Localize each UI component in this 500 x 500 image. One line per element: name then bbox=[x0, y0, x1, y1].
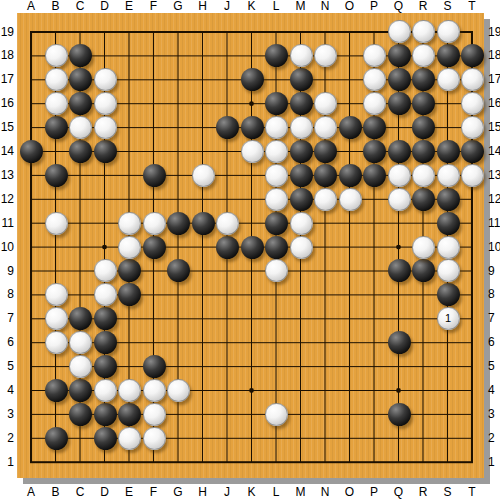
stone-black-D3[interactable] bbox=[94, 403, 117, 426]
col-label-top-F: F bbox=[146, 0, 162, 13]
stone-white-D17[interactable] bbox=[94, 68, 117, 91]
col-label-bottom-A: A bbox=[23, 486, 39, 499]
col-label-bottom-H: H bbox=[195, 486, 211, 499]
col-label-bottom-B: B bbox=[48, 486, 64, 499]
stone-white-G4[interactable] bbox=[167, 379, 190, 402]
col-label-top-N: N bbox=[317, 0, 333, 13]
stone-white-T16[interactable] bbox=[461, 92, 484, 115]
row-label-right-6: 6 bbox=[488, 336, 500, 349]
stone-white-S19[interactable] bbox=[437, 20, 460, 43]
stone-white-L12[interactable] bbox=[265, 188, 288, 211]
stone-white-F3[interactable] bbox=[143, 403, 166, 426]
col-label-top-L: L bbox=[268, 0, 284, 13]
stone-black-T18[interactable] bbox=[461, 44, 484, 67]
stone-white-C15[interactable] bbox=[69, 116, 92, 139]
row-label-right-12: 12 bbox=[488, 193, 500, 206]
go-board[interactable]: 1 bbox=[17, 13, 484, 478]
stone-black-B4[interactable] bbox=[45, 379, 68, 402]
stone-white-M11[interactable] bbox=[290, 212, 313, 235]
stone-white-E4[interactable] bbox=[118, 379, 141, 402]
stone-black-E9[interactable] bbox=[118, 259, 141, 282]
col-label-top-A: A bbox=[23, 0, 39, 13]
stone-white-E2[interactable] bbox=[118, 427, 141, 450]
stone-black-F10[interactable] bbox=[143, 236, 166, 259]
stone-black-D5[interactable] bbox=[94, 355, 117, 378]
stone-black-Q3[interactable] bbox=[388, 403, 411, 426]
row-label-left-14: 14 bbox=[0, 145, 14, 158]
stone-black-L16[interactable] bbox=[265, 92, 288, 115]
stone-black-R9[interactable] bbox=[412, 259, 435, 282]
stone-black-J10[interactable] bbox=[216, 236, 239, 259]
stone-white-S9[interactable] bbox=[437, 259, 460, 282]
stone-black-M16[interactable] bbox=[290, 92, 313, 115]
stone-white-S7[interactable]: 1 bbox=[437, 307, 460, 330]
stone-white-R10[interactable] bbox=[412, 236, 435, 259]
stone-black-S18[interactable] bbox=[437, 44, 460, 67]
stone-black-G9[interactable] bbox=[167, 259, 190, 282]
row-label-left-8: 8 bbox=[0, 288, 14, 301]
row-label-left-5: 5 bbox=[0, 360, 14, 373]
col-label-top-H: H bbox=[195, 0, 211, 13]
stone-white-T15[interactable] bbox=[461, 116, 484, 139]
stone-white-D15[interactable] bbox=[94, 116, 117, 139]
stone-white-N16[interactable] bbox=[314, 92, 337, 115]
col-label-top-R: R bbox=[415, 0, 431, 13]
stone-black-A14[interactable] bbox=[20, 140, 43, 163]
stone-black-N14[interactable] bbox=[314, 140, 337, 163]
col-label-bottom-E: E bbox=[121, 486, 137, 499]
row-label-right-11: 11 bbox=[488, 217, 500, 230]
row-label-right-19: 19 bbox=[488, 26, 500, 39]
col-label-top-K: K bbox=[244, 0, 260, 13]
stone-black-Q18[interactable] bbox=[388, 44, 411, 67]
stone-white-M10[interactable] bbox=[290, 236, 313, 259]
stone-white-N12[interactable] bbox=[314, 188, 337, 211]
stone-black-R17[interactable] bbox=[412, 68, 435, 91]
stone-black-Q17[interactable] bbox=[388, 68, 411, 91]
row-label-right-10: 10 bbox=[488, 241, 500, 254]
stone-white-B11[interactable] bbox=[45, 212, 68, 235]
stone-black-K10[interactable] bbox=[241, 236, 264, 259]
stone-black-Q16[interactable] bbox=[388, 92, 411, 115]
col-label-top-B: B bbox=[48, 0, 64, 13]
stone-black-P14[interactable] bbox=[363, 140, 386, 163]
stone-black-D2[interactable] bbox=[94, 427, 117, 450]
stone-black-F5[interactable] bbox=[143, 355, 166, 378]
stone-white-Q13[interactable] bbox=[388, 164, 411, 187]
row-label-right-8: 8 bbox=[488, 288, 500, 301]
stone-black-K17[interactable] bbox=[241, 68, 264, 91]
col-label-top-C: C bbox=[72, 0, 88, 13]
stone-black-D14[interactable] bbox=[94, 140, 117, 163]
col-label-bottom-R: R bbox=[415, 486, 431, 499]
col-label-top-S: S bbox=[440, 0, 456, 13]
row-label-right-15: 15 bbox=[488, 121, 500, 134]
row-label-left-13: 13 bbox=[0, 169, 14, 182]
row-label-right-1: 1 bbox=[488, 456, 500, 469]
col-label-top-M: M bbox=[293, 0, 309, 13]
row-label-left-2: 2 bbox=[0, 432, 14, 445]
stone-black-H11[interactable] bbox=[192, 212, 215, 235]
stone-white-E11[interactable] bbox=[118, 212, 141, 235]
stone-black-B13[interactable] bbox=[45, 164, 68, 187]
stone-black-R14[interactable] bbox=[412, 140, 435, 163]
stone-black-S8[interactable] bbox=[437, 283, 460, 306]
stone-white-C5[interactable] bbox=[69, 355, 92, 378]
stone-white-D8[interactable] bbox=[94, 283, 117, 306]
stone-white-L14[interactable] bbox=[265, 140, 288, 163]
col-label-bottom-P: P bbox=[366, 486, 382, 499]
stone-black-G11[interactable] bbox=[167, 212, 190, 235]
stone-white-S17[interactable] bbox=[437, 68, 460, 91]
stone-black-C16[interactable] bbox=[69, 92, 92, 115]
stone-black-O13[interactable] bbox=[339, 164, 362, 187]
col-label-top-P: P bbox=[366, 0, 382, 13]
col-label-bottom-L: L bbox=[268, 486, 284, 499]
col-label-bottom-D: D bbox=[97, 486, 113, 499]
row-label-right-16: 16 bbox=[488, 97, 500, 110]
col-label-top-J: J bbox=[219, 0, 235, 13]
stone-black-Q9[interactable] bbox=[388, 259, 411, 282]
stone-black-R15[interactable] bbox=[412, 116, 435, 139]
stone-white-Q12[interactable] bbox=[388, 188, 411, 211]
col-label-top-E: E bbox=[121, 0, 137, 13]
stone-white-B16[interactable] bbox=[45, 92, 68, 115]
stone-white-N18[interactable] bbox=[314, 44, 337, 67]
row-label-right-4: 4 bbox=[488, 384, 500, 397]
stone-white-R18[interactable] bbox=[412, 44, 435, 67]
row-label-left-7: 7 bbox=[0, 312, 14, 325]
stone-white-E10[interactable] bbox=[118, 236, 141, 259]
stone-white-F2[interactable] bbox=[143, 427, 166, 450]
stone-white-L15[interactable] bbox=[265, 116, 288, 139]
row-label-left-9: 9 bbox=[0, 265, 14, 278]
row-label-right-9: 9 bbox=[488, 265, 500, 278]
row-label-left-19: 19 bbox=[0, 26, 14, 39]
stone-black-L10[interactable] bbox=[265, 236, 288, 259]
row-label-right-17: 17 bbox=[488, 73, 500, 86]
stone-black-B15[interactable] bbox=[45, 116, 68, 139]
stone-white-B17[interactable] bbox=[45, 68, 68, 91]
stone-white-Q19[interactable] bbox=[388, 20, 411, 43]
stone-white-R19[interactable] bbox=[412, 20, 435, 43]
stone-black-C4[interactable] bbox=[69, 379, 92, 402]
stone-white-B18[interactable] bbox=[45, 44, 68, 67]
go-board-page: 1 AABBCCDDEEFFGGHHJJKKLLMMNNOOPPQQRRSSTT… bbox=[0, 0, 500, 500]
stone-black-E8[interactable] bbox=[118, 283, 141, 306]
col-label-top-T: T bbox=[464, 0, 480, 13]
stone-white-B6[interactable] bbox=[45, 331, 68, 354]
stone-black-F13[interactable] bbox=[143, 164, 166, 187]
col-label-bottom-C: C bbox=[72, 486, 88, 499]
stone-black-S14[interactable] bbox=[437, 140, 460, 163]
stone-black-R12[interactable] bbox=[412, 188, 435, 211]
stone-black-C3[interactable] bbox=[69, 403, 92, 426]
stone-black-B2[interactable] bbox=[45, 427, 68, 450]
stone-white-K14[interactable] bbox=[241, 140, 264, 163]
stone-black-Q6[interactable] bbox=[388, 331, 411, 354]
stone-black-L18[interactable] bbox=[265, 44, 288, 67]
col-label-bottom-G: G bbox=[170, 486, 186, 499]
stone-white-H13[interactable] bbox=[192, 164, 215, 187]
stone-black-P13[interactable] bbox=[363, 164, 386, 187]
row-label-right-3: 3 bbox=[488, 408, 500, 421]
col-label-bottom-S: S bbox=[440, 486, 456, 499]
col-label-top-O: O bbox=[342, 0, 358, 13]
stone-white-J11[interactable] bbox=[216, 212, 239, 235]
stone-white-M15[interactable] bbox=[290, 116, 313, 139]
stone-black-C7[interactable] bbox=[69, 307, 92, 330]
stone-black-Q14[interactable] bbox=[388, 140, 411, 163]
stone-black-M12[interactable] bbox=[290, 188, 313, 211]
col-label-bottom-F: F bbox=[146, 486, 162, 499]
row-label-left-18: 18 bbox=[0, 49, 14, 62]
col-label-bottom-T: T bbox=[464, 486, 480, 499]
stone-white-P18[interactable] bbox=[363, 44, 386, 67]
stone-black-N13[interactable] bbox=[314, 164, 337, 187]
board-intersections[interactable]: 1 bbox=[19, 20, 485, 474]
stone-white-B8[interactable] bbox=[45, 283, 68, 306]
row-label-left-4: 4 bbox=[0, 384, 14, 397]
stone-black-D7[interactable] bbox=[94, 307, 117, 330]
stone-white-B7[interactable] bbox=[45, 307, 68, 330]
row-label-left-3: 3 bbox=[0, 408, 14, 421]
row-label-left-12: 12 bbox=[0, 193, 14, 206]
stone-black-D6[interactable] bbox=[94, 331, 117, 354]
stone-white-D4[interactable] bbox=[94, 379, 117, 402]
row-label-right-18: 18 bbox=[488, 49, 500, 62]
stone-white-L9[interactable] bbox=[265, 259, 288, 282]
stone-black-K15[interactable] bbox=[241, 116, 264, 139]
col-label-bottom-N: N bbox=[317, 486, 333, 499]
col-label-top-Q: Q bbox=[391, 0, 407, 13]
stone-black-E3[interactable] bbox=[118, 403, 141, 426]
stone-black-J15[interactable] bbox=[216, 116, 239, 139]
row-label-left-6: 6 bbox=[0, 336, 14, 349]
stone-black-M13[interactable] bbox=[290, 164, 313, 187]
stone-white-D9[interactable] bbox=[94, 259, 117, 282]
col-label-bottom-O: O bbox=[342, 486, 358, 499]
stone-black-M14[interactable] bbox=[290, 140, 313, 163]
row-label-left-10: 10 bbox=[0, 241, 14, 254]
row-label-right-2: 2 bbox=[488, 432, 500, 445]
stone-white-T13[interactable] bbox=[461, 164, 484, 187]
stone-white-L13[interactable] bbox=[265, 164, 288, 187]
row-label-left-11: 11 bbox=[0, 217, 14, 230]
col-label-bottom-J: J bbox=[219, 486, 235, 499]
row-label-right-7: 7 bbox=[488, 312, 500, 325]
col-label-top-D: D bbox=[97, 0, 113, 13]
stone-white-S10[interactable] bbox=[437, 236, 460, 259]
stone-white-F4[interactable] bbox=[143, 379, 166, 402]
stone-black-O15[interactable] bbox=[339, 116, 362, 139]
stone-white-R13[interactable] bbox=[412, 164, 435, 187]
col-label-bottom-Q: Q bbox=[391, 486, 407, 499]
stone-white-P17[interactable] bbox=[363, 68, 386, 91]
col-label-top-G: G bbox=[170, 0, 186, 13]
stone-black-S11[interactable] bbox=[437, 212, 460, 235]
stone-black-M17[interactable] bbox=[290, 68, 313, 91]
stone-white-O12[interactable] bbox=[339, 188, 362, 211]
stone-white-C6[interactable] bbox=[69, 331, 92, 354]
row-label-left-15: 15 bbox=[0, 121, 14, 134]
stone-black-C17[interactable] bbox=[69, 68, 92, 91]
stone-black-S12[interactable] bbox=[437, 188, 460, 211]
row-label-right-5: 5 bbox=[488, 360, 500, 373]
col-label-bottom-M: M bbox=[293, 486, 309, 499]
stone-black-P15[interactable] bbox=[363, 116, 386, 139]
row-label-left-16: 16 bbox=[0, 97, 14, 110]
stone-white-P16[interactable] bbox=[363, 92, 386, 115]
row-label-left-1: 1 bbox=[0, 456, 14, 469]
stone-black-C14[interactable] bbox=[69, 140, 92, 163]
stone-white-S13[interactable] bbox=[437, 164, 460, 187]
stone-black-T14[interactable] bbox=[461, 140, 484, 163]
stone-black-L11[interactable] bbox=[265, 212, 288, 235]
row-label-right-14: 14 bbox=[488, 145, 500, 158]
stone-white-F11[interactable] bbox=[143, 212, 166, 235]
row-label-right-13: 13 bbox=[488, 169, 500, 182]
stone-white-L3[interactable] bbox=[265, 403, 288, 426]
stone-black-C18[interactable] bbox=[69, 44, 92, 67]
col-label-bottom-K: K bbox=[244, 486, 260, 499]
stone-black-R16[interactable] bbox=[412, 92, 435, 115]
stone-white-T17[interactable] bbox=[461, 68, 484, 91]
move-number-label: 1 bbox=[438, 308, 459, 329]
row-label-left-17: 17 bbox=[0, 73, 14, 86]
stone-white-D16[interactable] bbox=[94, 92, 117, 115]
stone-white-M18[interactable] bbox=[290, 44, 313, 67]
stone-white-N15[interactable] bbox=[314, 116, 337, 139]
